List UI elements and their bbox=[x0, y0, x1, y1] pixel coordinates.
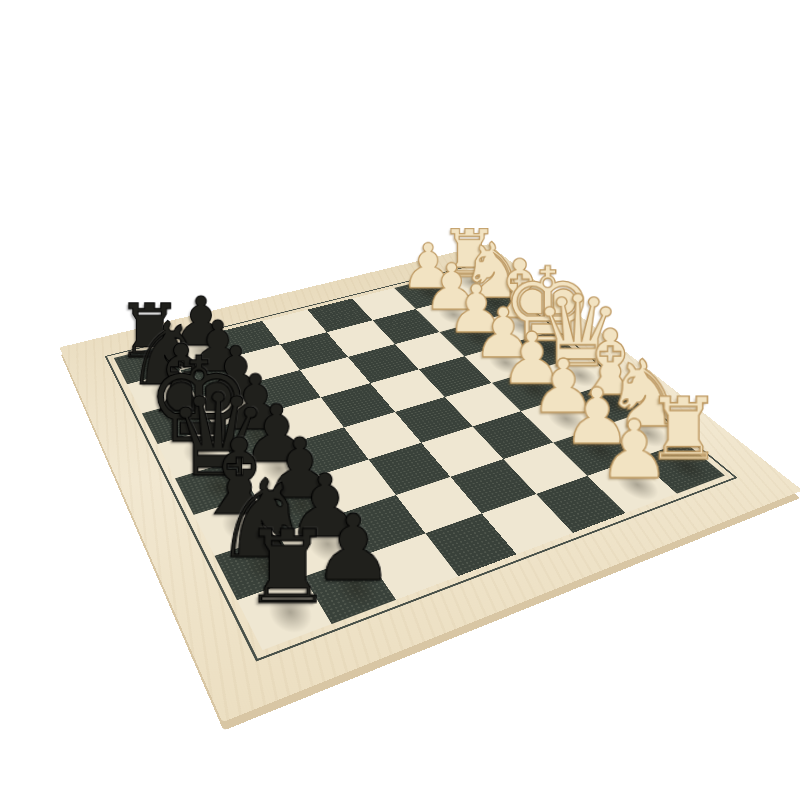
black-rook-icon: ♜ bbox=[242, 522, 333, 613]
white-pawn-icon: ♟ bbox=[598, 413, 671, 486]
board-wood-panel: ♜♞♝♛♚♝♞♜♟♟♟♟♟♟♟♟♟♟♟♟♟♟♟♟♜♞♝♛♚♝♞♜ bbox=[59, 244, 800, 722]
chess-board: ♜♞♝♛♚♝♞♜♟♟♟♟♟♟♟♟♟♟♟♟♟♟♟♟♜♞♝♛♚♝♞♜ bbox=[59, 244, 800, 722]
product-photo-scene: ♜♞♝♛♚♝♞♜♟♟♟♟♟♟♟♟♟♟♟♟♟♟♟♟♜♞♝♛♚♝♞♜ bbox=[0, 0, 800, 800]
